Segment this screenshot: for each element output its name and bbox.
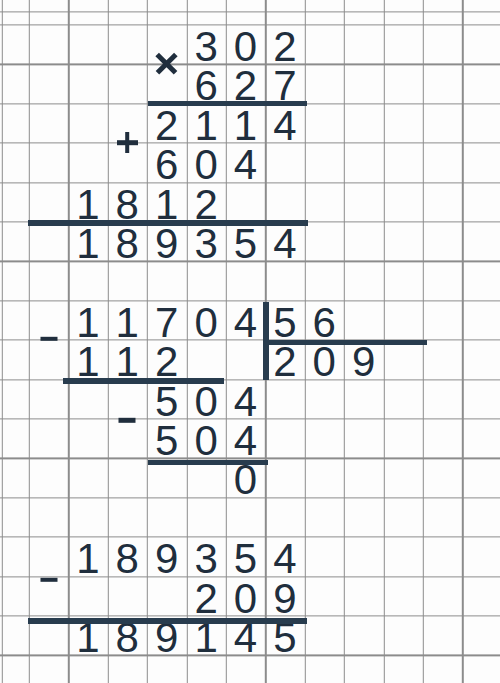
digit-cell-r14c5: 3 (186, 539, 225, 578)
digit-cell-r5c2: 1 (68, 185, 107, 224)
plus-sign (117, 132, 138, 153)
digit-cell-r15c5: 2 (186, 579, 225, 618)
digit-cell-r3c7: 4 (265, 106, 304, 145)
digit-cell-r14c4: 9 (147, 539, 186, 578)
digit-cell-r16c2: 1 (68, 618, 107, 657)
digit-cell-r8c4: 7 (147, 303, 186, 342)
digit-cell-r15c7: 9 (265, 579, 304, 618)
difference-overline (28, 618, 307, 624)
digit-cell-r9c8: 0 (305, 343, 344, 382)
digit-cell-r5c4: 1 (147, 185, 186, 224)
division-step2-underline (148, 460, 268, 465)
digit-cell-r14c2: 1 (68, 539, 107, 578)
digit-cell-r14c3: 8 (108, 539, 147, 578)
digit-cell-r6c7: 4 (265, 224, 304, 263)
digit-cell-r16c6: 4 (226, 618, 265, 657)
digit-cell-r10c4: 5 (147, 382, 186, 421)
digit-cell-r16c4: 9 (147, 618, 186, 657)
digit-cell-r12c6: 0 (226, 461, 265, 500)
minus-sign-division-step1 (40, 336, 57, 340)
digit-cell-r3c6: 1 (226, 106, 265, 145)
digit-cell-r11c5: 0 (186, 421, 225, 460)
digit-cell-r11c6: 4 (226, 421, 265, 460)
digit-cell-r8c3: 1 (108, 303, 147, 342)
digit-cell-r6c6: 5 (226, 224, 265, 263)
digit-cell-r10c5: 0 (186, 382, 225, 421)
digit-cell-r3c5: 1 (186, 106, 225, 145)
digit-cell-r14c6: 5 (226, 539, 265, 578)
digit-cell-r1c6: 0 (226, 27, 265, 66)
digit-cell-r9c9: 9 (344, 343, 383, 382)
digit-cell-r11c4: 5 (147, 421, 186, 460)
digit-cell-r8c2: 1 (68, 303, 107, 342)
digit-cell-r8c5: 0 (186, 303, 225, 342)
squared-paper-worksheet: 3026272114604181218935411704561122095045… (0, 0, 500, 683)
digit-cell-r4c6: 4 (226, 146, 265, 185)
digit-cell-r16c7: 5 (265, 618, 304, 657)
division-bracket-horizontal (266, 340, 427, 345)
digit-cell-r5c5: 2 (186, 185, 225, 224)
multiply-sign (156, 53, 177, 74)
digit-cell-r1c5: 3 (186, 27, 225, 66)
digit-cell-r4c4: 6 (147, 146, 186, 185)
digit-cell-r3c4: 2 (147, 106, 186, 145)
digit-cell-r9c3: 1 (108, 343, 147, 382)
digit-cell-r10c6: 4 (226, 382, 265, 421)
digit-cell-r9c2: 1 (68, 343, 107, 382)
digit-cell-r15c6: 0 (226, 579, 265, 618)
digit-cell-r16c3: 8 (108, 618, 147, 657)
digit-cell-r6c4: 9 (147, 224, 186, 263)
digit-cell-r2c7: 7 (265, 67, 304, 106)
digit-cell-r9c4: 2 (147, 343, 186, 382)
digit-cell-r5c3: 8 (108, 185, 147, 224)
division-step1-underline (63, 378, 224, 383)
digit-cell-r4c5: 0 (186, 146, 225, 185)
digit-cell-r14c7: 4 (265, 539, 304, 578)
minus-sign-division-step2 (119, 418, 136, 422)
digit-cell-r8c8: 6 (305, 303, 344, 342)
multiplier-underline (148, 101, 307, 106)
minus-sign-subtraction (40, 578, 57, 582)
product-overline (28, 220, 308, 226)
digit-cell-r6c5: 3 (186, 224, 225, 263)
digit-cell-r8c6: 4 (226, 303, 265, 342)
digit-cell-r2c5: 6 (186, 67, 225, 106)
digit-cell-r1c7: 2 (265, 27, 304, 66)
digit-cell-r16c5: 1 (186, 618, 225, 657)
digit-cell-r2c6: 2 (226, 67, 265, 106)
digit-cell-r9c7: 2 (265, 343, 304, 382)
digit-cell-r8c7: 5 (265, 303, 304, 342)
digit-cell-r6c3: 8 (108, 224, 147, 263)
digit-cell-r6c2: 1 (68, 224, 107, 263)
